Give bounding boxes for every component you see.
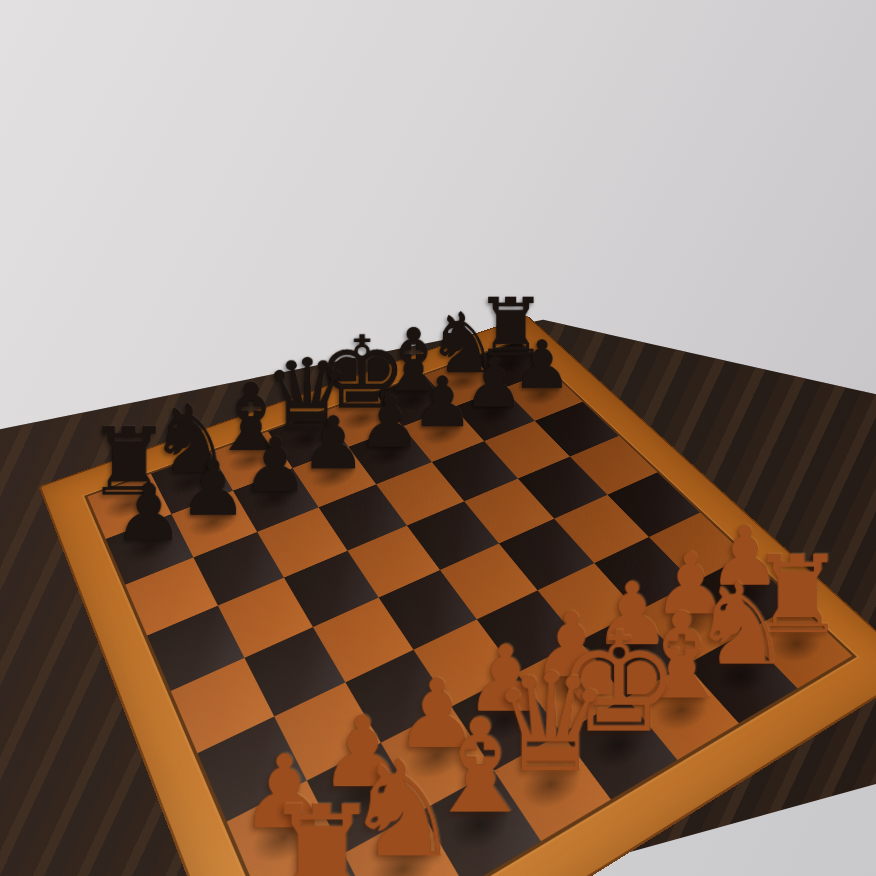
board-scene: ♜♞♝♛♚♝♞♜♟♟♟♟♟♟♟♟♟♟♟♟♟♟♟♟♜♞♝♛♚♝♞♜ [0, 0, 876, 876]
brown-rook-a1: ♜ [214, 789, 429, 876]
pieces-layer: ♜♞♝♛♚♝♞♜♟♟♟♟♟♟♟♟♟♟♟♟♟♟♟♟♜♞♝♛♚♝♞♜ [88, 341, 852, 876]
chess-board: ♜♞♝♛♚♝♞♜♟♟♟♟♟♟♟♟♟♟♟♟♟♟♟♟♜♞♝♛♚♝♞♜ [39, 315, 876, 876]
black-pawn-a7: ♟ [70, 474, 227, 552]
photo-stage: ♜♞♝♛♚♝♞♜♟♟♟♟♟♟♟♟♟♟♟♟♟♟♟♟♜♞♝♛♚♝♞♜ [0, 0, 876, 876]
